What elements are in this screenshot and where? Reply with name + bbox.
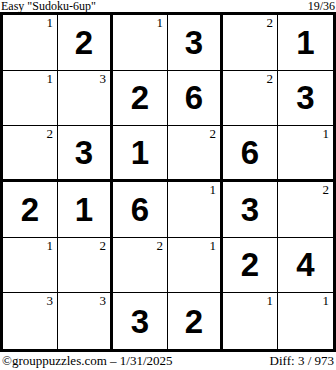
cell-r4c1: 2: [3, 182, 58, 238]
corner-mark: 2: [157, 239, 164, 252]
corner-mark: 1: [47, 239, 54, 252]
cell-value: 1: [296, 26, 314, 59]
cell-r3c4[interactable]: 2: [168, 126, 223, 182]
cell-r4c2: 1: [58, 182, 113, 238]
cell-r2c3: 2: [113, 71, 168, 127]
corner-mark: 2: [210, 127, 217, 140]
cell-r1c5[interactable]: 2: [223, 15, 278, 71]
cell-r1c1[interactable]: 1: [3, 15, 58, 71]
corner-mark: 1: [323, 294, 330, 307]
cell-r3c1[interactable]: 2: [3, 126, 58, 182]
corner-mark: 2: [267, 16, 274, 29]
cell-r2c6: 3: [278, 71, 333, 127]
copyright-text: ©grouppuzzles.com – 1/31/2025: [2, 352, 173, 370]
corner-mark: 1: [210, 239, 217, 252]
cell-value: 3: [241, 193, 259, 226]
corner-mark: 2: [323, 183, 330, 196]
corner-mark: 3: [100, 294, 107, 307]
cell-value: 6: [241, 136, 259, 169]
corner-mark: 1: [157, 16, 164, 29]
cell-value: 2: [241, 248, 259, 281]
cell-value: 1: [131, 136, 149, 169]
cell-value: 3: [131, 305, 149, 338]
cell-value: 6: [185, 81, 203, 114]
cell-r6c1[interactable]: 3: [3, 293, 58, 349]
cell-r2c2[interactable]: 3: [58, 71, 113, 127]
cell-value: 3: [75, 136, 93, 169]
cell-r6c3: 3: [113, 293, 168, 349]
cell-value: 3: [185, 26, 203, 59]
corner-mark: 2: [47, 127, 54, 140]
corner-mark: 2: [100, 239, 107, 252]
cell-r1c3[interactable]: 1: [113, 15, 168, 71]
cell-r3c6[interactable]: 1: [278, 126, 333, 182]
cell-r2c5[interactable]: 2: [223, 71, 278, 127]
cell-value: 4: [296, 248, 314, 281]
cell-value: 2: [185, 305, 203, 338]
cell-r5c4[interactable]: 1: [168, 238, 223, 294]
cell-r1c2: 2: [58, 15, 113, 71]
cell-r4c4[interactable]: 1: [168, 182, 223, 238]
cell-r5c5: 2: [223, 238, 278, 294]
cell-r1c6: 1: [278, 15, 333, 71]
cell-value: 1: [75, 193, 93, 226]
cell-value: 6: [131, 193, 149, 226]
cell-r3c3: 1: [113, 126, 168, 182]
cell-value: 3: [296, 81, 314, 114]
corner-mark: 1: [210, 183, 217, 196]
footer: ©grouppuzzles.com – 1/31/2025 Diff: 3 / …: [0, 352, 336, 370]
sudoku-grid: 121321132623231261216132122124333211: [0, 12, 336, 352]
puzzle-counter: 19/36: [308, 0, 335, 12]
cell-value: 2: [131, 81, 149, 114]
cell-r4c6[interactable]: 2: [278, 182, 333, 238]
corner-mark: 1: [47, 16, 54, 29]
puzzle-page: Easy "Sudoku-6up" 19/36 1213211326232312…: [0, 0, 336, 370]
cell-r2c4: 6: [168, 71, 223, 127]
corner-mark: 3: [47, 294, 54, 307]
corner-mark: 1: [267, 294, 274, 307]
cell-r4c5: 3: [223, 182, 278, 238]
cell-r4c3: 6: [113, 182, 168, 238]
cell-value: 2: [21, 193, 39, 226]
corner-mark: 1: [47, 72, 54, 85]
cell-r1c4: 3: [168, 15, 223, 71]
cell-r5c1[interactable]: 1: [3, 238, 58, 294]
cell-r2c1[interactable]: 1: [3, 71, 58, 127]
cell-r5c2[interactable]: 2: [58, 238, 113, 294]
corner-mark: 3: [100, 72, 107, 85]
corner-mark: 1: [323, 127, 330, 140]
page-title: Easy "Sudoku-6up": [1, 0, 96, 12]
cell-r5c6: 4: [278, 238, 333, 294]
cell-r3c5: 6: [223, 126, 278, 182]
cell-r6c5[interactable]: 1: [223, 293, 278, 349]
header: Easy "Sudoku-6up" 19/36: [0, 0, 336, 12]
corner-mark: 2: [267, 72, 274, 85]
cell-r6c4: 2: [168, 293, 223, 349]
cell-r3c2: 3: [58, 126, 113, 182]
cell-value: 2: [75, 26, 93, 59]
difficulty-text: Diff: 3 / 973: [270, 352, 334, 370]
cell-r6c2[interactable]: 3: [58, 293, 113, 349]
cell-r5c3[interactable]: 2: [113, 238, 168, 294]
cell-r6c6[interactable]: 1: [278, 293, 333, 349]
